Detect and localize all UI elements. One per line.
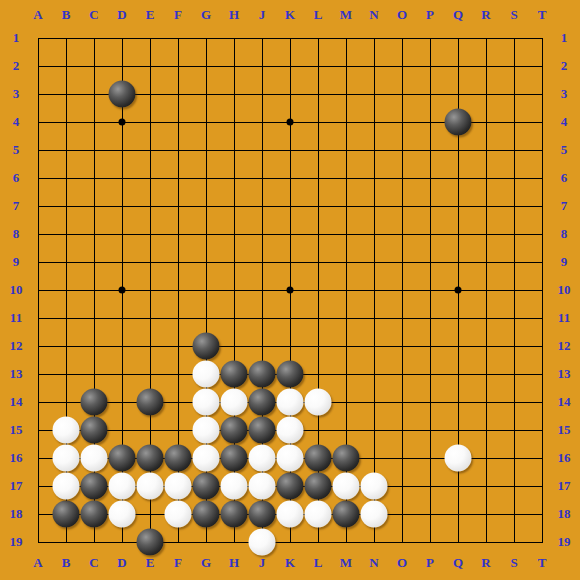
row-label-right: 16 xyxy=(558,450,571,466)
white-stone[interactable] xyxy=(445,445,472,472)
white-stone[interactable] xyxy=(53,473,80,500)
white-stone[interactable] xyxy=(193,389,220,416)
row-label-right: 3 xyxy=(561,86,568,102)
column-label-bottom: L xyxy=(314,555,323,571)
black-stone[interactable] xyxy=(249,389,276,416)
row-label-right: 7 xyxy=(561,198,568,214)
white-stone[interactable] xyxy=(361,501,388,528)
row-label-right: 14 xyxy=(558,394,571,410)
column-label-top: E xyxy=(146,7,155,23)
row-label-left: 8 xyxy=(13,226,20,242)
row-label-right: 15 xyxy=(558,422,571,438)
column-label-top: B xyxy=(62,7,71,23)
row-label-right: 19 xyxy=(558,534,571,550)
column-label-bottom: J xyxy=(259,555,266,571)
column-label-top: L xyxy=(314,7,323,23)
column-label-bottom: M xyxy=(340,555,352,571)
white-stone[interactable] xyxy=(333,473,360,500)
row-label-left: 6 xyxy=(13,170,20,186)
column-label-top: T xyxy=(538,7,547,23)
column-label-top: N xyxy=(369,7,378,23)
column-label-bottom: T xyxy=(538,555,547,571)
column-label-bottom: D xyxy=(117,555,126,571)
column-label-top: R xyxy=(481,7,490,23)
column-label-top: A xyxy=(33,7,42,23)
white-stone[interactable] xyxy=(277,389,304,416)
black-stone[interactable] xyxy=(249,417,276,444)
column-label-bottom: E xyxy=(146,555,155,571)
column-label-top: H xyxy=(229,7,239,23)
column-label-top: G xyxy=(201,7,211,23)
row-label-right: 17 xyxy=(558,478,571,494)
row-label-left: 3 xyxy=(13,86,20,102)
row-label-right: 10 xyxy=(558,282,571,298)
column-label-top: S xyxy=(510,7,517,23)
column-label-bottom: Q xyxy=(453,555,463,571)
row-label-left: 10 xyxy=(10,282,23,298)
black-stone[interactable] xyxy=(277,361,304,388)
black-stone[interactable] xyxy=(193,333,220,360)
hoshi-point xyxy=(287,119,294,126)
row-label-right: 2 xyxy=(561,58,568,74)
column-label-top: P xyxy=(426,7,434,23)
white-stone[interactable] xyxy=(137,473,164,500)
row-label-right: 8 xyxy=(561,226,568,242)
row-label-left: 13 xyxy=(10,366,23,382)
white-stone[interactable] xyxy=(305,501,332,528)
row-label-right: 6 xyxy=(561,170,568,186)
black-stone[interactable] xyxy=(81,417,108,444)
hoshi-point xyxy=(287,287,294,294)
row-label-left: 5 xyxy=(13,142,20,158)
black-stone[interactable] xyxy=(137,529,164,556)
column-label-bottom: H xyxy=(229,555,239,571)
row-label-left: 12 xyxy=(10,338,23,354)
row-label-right: 5 xyxy=(561,142,568,158)
column-label-bottom: N xyxy=(369,555,378,571)
column-label-bottom: K xyxy=(285,555,295,571)
black-stone[interactable] xyxy=(137,445,164,472)
black-stone[interactable] xyxy=(81,473,108,500)
column-label-bottom: S xyxy=(510,555,517,571)
black-stone[interactable] xyxy=(81,389,108,416)
black-stone[interactable] xyxy=(277,473,304,500)
white-stone[interactable] xyxy=(221,473,248,500)
black-stone[interactable] xyxy=(305,473,332,500)
row-label-left: 15 xyxy=(10,422,23,438)
row-label-right: 13 xyxy=(558,366,571,382)
column-label-top: Q xyxy=(453,7,463,23)
white-stone[interactable] xyxy=(249,529,276,556)
black-stone[interactable] xyxy=(333,445,360,472)
black-stone[interactable] xyxy=(137,389,164,416)
white-stone[interactable] xyxy=(53,417,80,444)
white-stone[interactable] xyxy=(109,473,136,500)
row-label-left: 11 xyxy=(10,310,22,326)
white-stone[interactable] xyxy=(221,389,248,416)
black-stone[interactable] xyxy=(81,501,108,528)
column-label-top: C xyxy=(89,7,98,23)
column-label-top: O xyxy=(397,7,407,23)
column-label-top: F xyxy=(174,7,182,23)
row-label-right: 4 xyxy=(561,114,568,130)
row-label-left: 1 xyxy=(13,30,20,46)
row-label-left: 9 xyxy=(13,254,20,270)
column-label-bottom: A xyxy=(33,555,42,571)
row-label-right: 1 xyxy=(561,30,568,46)
column-label-bottom: B xyxy=(62,555,71,571)
row-label-left: 19 xyxy=(10,534,23,550)
hoshi-point xyxy=(455,287,462,294)
row-label-right: 11 xyxy=(558,310,570,326)
black-stone[interactable] xyxy=(305,445,332,472)
white-stone[interactable] xyxy=(165,501,192,528)
column-label-top: J xyxy=(259,7,266,23)
black-stone[interactable] xyxy=(221,501,248,528)
white-stone[interactable] xyxy=(193,361,220,388)
row-label-left: 7 xyxy=(13,198,20,214)
white-stone[interactable] xyxy=(277,417,304,444)
white-stone[interactable] xyxy=(109,501,136,528)
black-stone[interactable] xyxy=(165,445,192,472)
black-stone[interactable] xyxy=(221,417,248,444)
black-stone[interactable] xyxy=(333,501,360,528)
white-stone[interactable] xyxy=(305,389,332,416)
row-label-left: 16 xyxy=(10,450,23,466)
white-stone[interactable] xyxy=(277,445,304,472)
column-label-bottom: P xyxy=(426,555,434,571)
white-stone[interactable] xyxy=(277,501,304,528)
row-label-left: 4 xyxy=(13,114,20,130)
row-label-left: 17 xyxy=(10,478,23,494)
black-stone[interactable] xyxy=(193,501,220,528)
column-label-top: K xyxy=(285,7,295,23)
white-stone[interactable] xyxy=(193,445,220,472)
column-label-bottom: R xyxy=(481,555,490,571)
white-stone[interactable] xyxy=(249,473,276,500)
column-label-bottom: C xyxy=(89,555,98,571)
white-stone[interactable] xyxy=(361,473,388,500)
column-label-bottom: F xyxy=(174,555,182,571)
black-stone[interactable] xyxy=(249,361,276,388)
black-stone[interactable] xyxy=(221,361,248,388)
row-label-left: 18 xyxy=(10,506,23,522)
row-label-left: 14 xyxy=(10,394,23,410)
column-label-bottom: O xyxy=(397,555,407,571)
black-stone[interactable] xyxy=(193,473,220,500)
hoshi-point xyxy=(119,287,126,294)
column-label-bottom: G xyxy=(201,555,211,571)
white-stone[interactable] xyxy=(193,417,220,444)
black-stone[interactable] xyxy=(249,501,276,528)
black-stone[interactable] xyxy=(109,81,136,108)
row-label-right: 9 xyxy=(561,254,568,270)
go-board[interactable]: AABBCCDDEEFFGGHHJJKKLLMMNNOOPPQQRRSSTT11… xyxy=(0,0,580,580)
column-label-top: D xyxy=(117,7,126,23)
hoshi-point xyxy=(119,119,126,126)
black-stone[interactable] xyxy=(53,501,80,528)
row-label-left: 2 xyxy=(13,58,20,74)
white-stone[interactable] xyxy=(165,473,192,500)
black-stone[interactable] xyxy=(221,445,248,472)
black-stone[interactable] xyxy=(445,109,472,136)
row-label-right: 12 xyxy=(558,338,571,354)
row-label-right: 18 xyxy=(558,506,571,522)
white-stone[interactable] xyxy=(249,445,276,472)
white-stone[interactable] xyxy=(81,445,108,472)
column-label-top: M xyxy=(340,7,352,23)
black-stone[interactable] xyxy=(109,445,136,472)
white-stone[interactable] xyxy=(53,445,80,472)
